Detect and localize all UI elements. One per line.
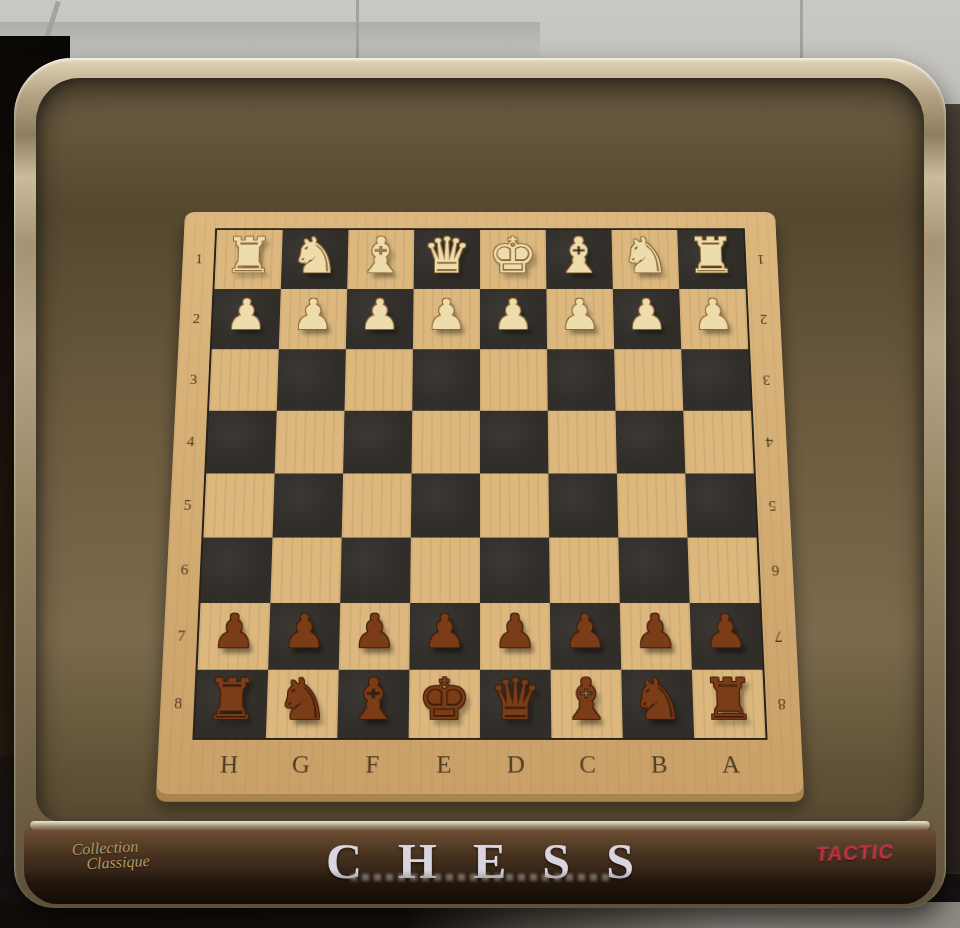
square-b1[interactable]: ♞ <box>611 230 679 289</box>
square-h3[interactable] <box>209 349 279 410</box>
square-h1[interactable]: ♜ <box>214 230 282 289</box>
rank-label-left-4: 4 <box>172 411 209 474</box>
square-b2[interactable]: ♟ <box>613 289 681 349</box>
white-pawn[interactable]: ♟ <box>625 294 668 336</box>
lid-script-text: Collection Classique <box>71 838 150 872</box>
square-f5[interactable] <box>342 473 412 537</box>
rank-label-right-5: 5 <box>754 473 791 537</box>
rank-label-left-5: 5 <box>169 473 206 537</box>
rank-label-left-8: 8 <box>159 670 198 738</box>
square-h5[interactable] <box>203 473 274 537</box>
square-a5[interactable] <box>685 473 756 537</box>
rank-label-right-4: 4 <box>751 411 788 474</box>
board-grid: ♜♞♝♛♚♝♞♜♟♟♟♟♟♟♟♟♟♟♟♟♟♟♟♟♜♞♝♚♛♝♞♜ <box>194 230 765 738</box>
square-g2[interactable]: ♟ <box>279 289 347 349</box>
white-pawn[interactable]: ♟ <box>426 294 468 336</box>
square-f8[interactable]: ♝ <box>337 670 409 738</box>
square-e4[interactable] <box>412 411 480 474</box>
file-labels: HGFEDCBA <box>192 744 767 786</box>
white-rook[interactable]: ♜ <box>223 231 274 280</box>
file-label-H: H <box>192 744 265 786</box>
square-a3[interactable] <box>681 349 751 410</box>
black-pawn[interactable]: ♟ <box>211 608 257 654</box>
black-pawn[interactable]: ♟ <box>423 608 467 654</box>
file-label-A: A <box>694 744 767 786</box>
square-d1[interactable]: ♚ <box>480 230 546 289</box>
rank-label-left-6: 6 <box>166 538 204 603</box>
black-knight[interactable]: ♞ <box>275 671 330 728</box>
white-bishop[interactable]: ♝ <box>356 231 406 280</box>
chessboard-wrap: ♜♞♝♛♚♝♞♜♟♟♟♟♟♟♟♟♟♟♟♟♟♟♟♟♜♞♝♚♛♝♞♜ 1234567… <box>156 212 804 794</box>
file-label-G: G <box>264 744 337 786</box>
black-king[interactable]: ♚ <box>418 671 471 728</box>
square-c7[interactable]: ♟ <box>550 603 621 670</box>
square-c5[interactable] <box>548 473 618 537</box>
square-b4[interactable] <box>616 411 686 474</box>
black-rook[interactable]: ♜ <box>701 671 756 728</box>
tile-grout-line <box>356 0 359 66</box>
black-rook[interactable]: ♜ <box>204 671 259 728</box>
square-b8[interactable]: ♞ <box>621 670 694 738</box>
square-f7[interactable]: ♟ <box>339 603 410 670</box>
square-d5[interactable] <box>480 473 549 537</box>
square-b3[interactable] <box>614 349 683 410</box>
square-c8[interactable]: ♝ <box>551 670 623 738</box>
square-e8[interactable]: ♚ <box>409 670 480 738</box>
square-a8[interactable]: ♜ <box>692 670 766 738</box>
white-knight[interactable]: ♞ <box>289 231 340 280</box>
white-pawn[interactable]: ♟ <box>692 294 735 336</box>
tin-tray: ♜♞♝♛♚♝♞♜♟♟♟♟♟♟♟♟♟♟♟♟♟♟♟♟♜♞♝♚♛♝♞♜ 1234567… <box>36 78 924 822</box>
square-g1[interactable]: ♞ <box>281 230 349 289</box>
file-label-F: F <box>336 744 408 786</box>
square-g6[interactable] <box>270 538 341 603</box>
square-h7[interactable]: ♟ <box>198 603 271 670</box>
square-c4[interactable] <box>548 411 617 474</box>
black-bishop[interactable]: ♝ <box>560 671 614 728</box>
square-c6[interactable] <box>549 538 620 603</box>
rank-label-left-7: 7 <box>162 603 200 670</box>
black-pawn[interactable]: ♟ <box>282 608 327 654</box>
white-rook[interactable]: ♜ <box>686 231 737 280</box>
square-f3[interactable] <box>344 349 412 410</box>
rank-label-right-8: 8 <box>762 670 801 738</box>
square-d6[interactable] <box>480 538 550 603</box>
white-king[interactable]: ♚ <box>488 231 538 280</box>
square-a1[interactable]: ♜ <box>677 230 745 289</box>
photo-scene: ♜♞♝♛♚♝♞♜♟♟♟♟♟♟♟♟♟♟♟♟♟♟♟♟♜♞♝♚♛♝♞♜ 1234567… <box>0 0 960 928</box>
rank-label-right-7: 7 <box>760 603 798 670</box>
rank-label-left-1: 1 <box>181 230 217 289</box>
rank-label-right-1: 1 <box>743 230 779 289</box>
square-h6[interactable] <box>200 538 272 603</box>
square-e3[interactable] <box>412 349 480 410</box>
black-bishop[interactable]: ♝ <box>346 671 400 728</box>
white-pawn[interactable]: ♟ <box>359 294 401 336</box>
square-b5[interactable] <box>617 473 688 537</box>
file-label-C: C <box>551 744 623 786</box>
square-e6[interactable] <box>410 538 480 603</box>
lid-shadow-fade <box>24 870 936 904</box>
metal-tin: ♜♞♝♛♚♝♞♜♟♟♟♟♟♟♟♟♟♟♟♟♟♟♟♟♜♞♝♚♛♝♞♜ 1234567… <box>14 58 946 908</box>
black-pawn[interactable]: ♟ <box>493 608 537 654</box>
square-a4[interactable] <box>683 411 754 474</box>
square-f2[interactable]: ♟ <box>346 289 414 349</box>
square-f6[interactable] <box>340 538 411 603</box>
square-e7[interactable]: ♟ <box>409 603 480 670</box>
white-pawn[interactable]: ♟ <box>493 294 535 336</box>
white-pawn[interactable]: ♟ <box>225 294 268 336</box>
square-c1[interactable]: ♝ <box>546 230 613 289</box>
black-pawn[interactable]: ♟ <box>703 608 749 654</box>
square-c2[interactable]: ♟ <box>546 289 614 349</box>
wall-shadow <box>0 22 540 60</box>
white-pawn[interactable]: ♟ <box>559 294 601 336</box>
rank-label-right-2: 2 <box>746 289 782 349</box>
square-e2[interactable]: ♟ <box>413 289 480 349</box>
square-d2[interactable]: ♟ <box>480 289 547 349</box>
square-g3[interactable] <box>277 349 346 410</box>
square-d4[interactable] <box>480 411 548 474</box>
square-d7[interactable]: ♟ <box>480 603 551 670</box>
square-h2[interactable]: ♟ <box>212 289 281 349</box>
file-label-E: E <box>408 744 480 786</box>
square-b6[interactable] <box>618 538 689 603</box>
square-g4[interactable] <box>275 411 345 474</box>
square-f1[interactable]: ♝ <box>347 230 414 289</box>
tin-lid-lip <box>30 821 930 830</box>
square-c3[interactable] <box>547 349 615 410</box>
square-e1[interactable]: ♛ <box>414 230 480 289</box>
black-knight[interactable]: ♞ <box>630 671 685 728</box>
square-g5[interactable] <box>273 473 344 537</box>
file-label-D: D <box>480 744 552 786</box>
white-queen[interactable]: ♛ <box>422 231 472 280</box>
square-h8[interactable]: ♜ <box>194 670 268 738</box>
square-f4[interactable] <box>343 411 412 474</box>
tin-lid-front: Collection Classique CHESS TACTIC <box>24 830 936 904</box>
black-pawn[interactable]: ♟ <box>563 608 607 654</box>
chessboard-frame: ♜♞♝♛♚♝♞♜♟♟♟♟♟♟♟♟♟♟♟♟♟♟♟♟♜♞♝♚♛♝♞♜ 1234567… <box>156 212 804 794</box>
rank-label-right-6: 6 <box>757 538 795 603</box>
square-h4[interactable] <box>206 411 277 474</box>
square-g7[interactable]: ♟ <box>268 603 340 670</box>
white-bishop[interactable]: ♝ <box>554 231 604 280</box>
black-pawn[interactable]: ♟ <box>633 608 678 654</box>
square-a2[interactable]: ♟ <box>679 289 748 349</box>
rank-label-right-3: 3 <box>748 349 785 410</box>
black-queen[interactable]: ♛ <box>489 671 542 728</box>
square-a6[interactable] <box>687 538 759 603</box>
rank-label-left-3: 3 <box>175 349 212 410</box>
square-d8[interactable]: ♛ <box>480 670 551 738</box>
square-d3[interactable] <box>480 349 548 410</box>
square-a7[interactable]: ♟ <box>690 603 763 670</box>
square-b7[interactable]: ♟ <box>620 603 692 670</box>
brand-logo: TACTIC <box>815 841 895 867</box>
rank-label-left-2: 2 <box>178 289 214 349</box>
white-knight[interactable]: ♞ <box>620 231 671 280</box>
square-e5[interactable] <box>411 473 480 537</box>
file-label-B: B <box>623 744 696 786</box>
black-pawn[interactable]: ♟ <box>352 608 396 654</box>
white-pawn[interactable]: ♟ <box>292 294 335 336</box>
square-g8[interactable]: ♞ <box>266 670 339 738</box>
